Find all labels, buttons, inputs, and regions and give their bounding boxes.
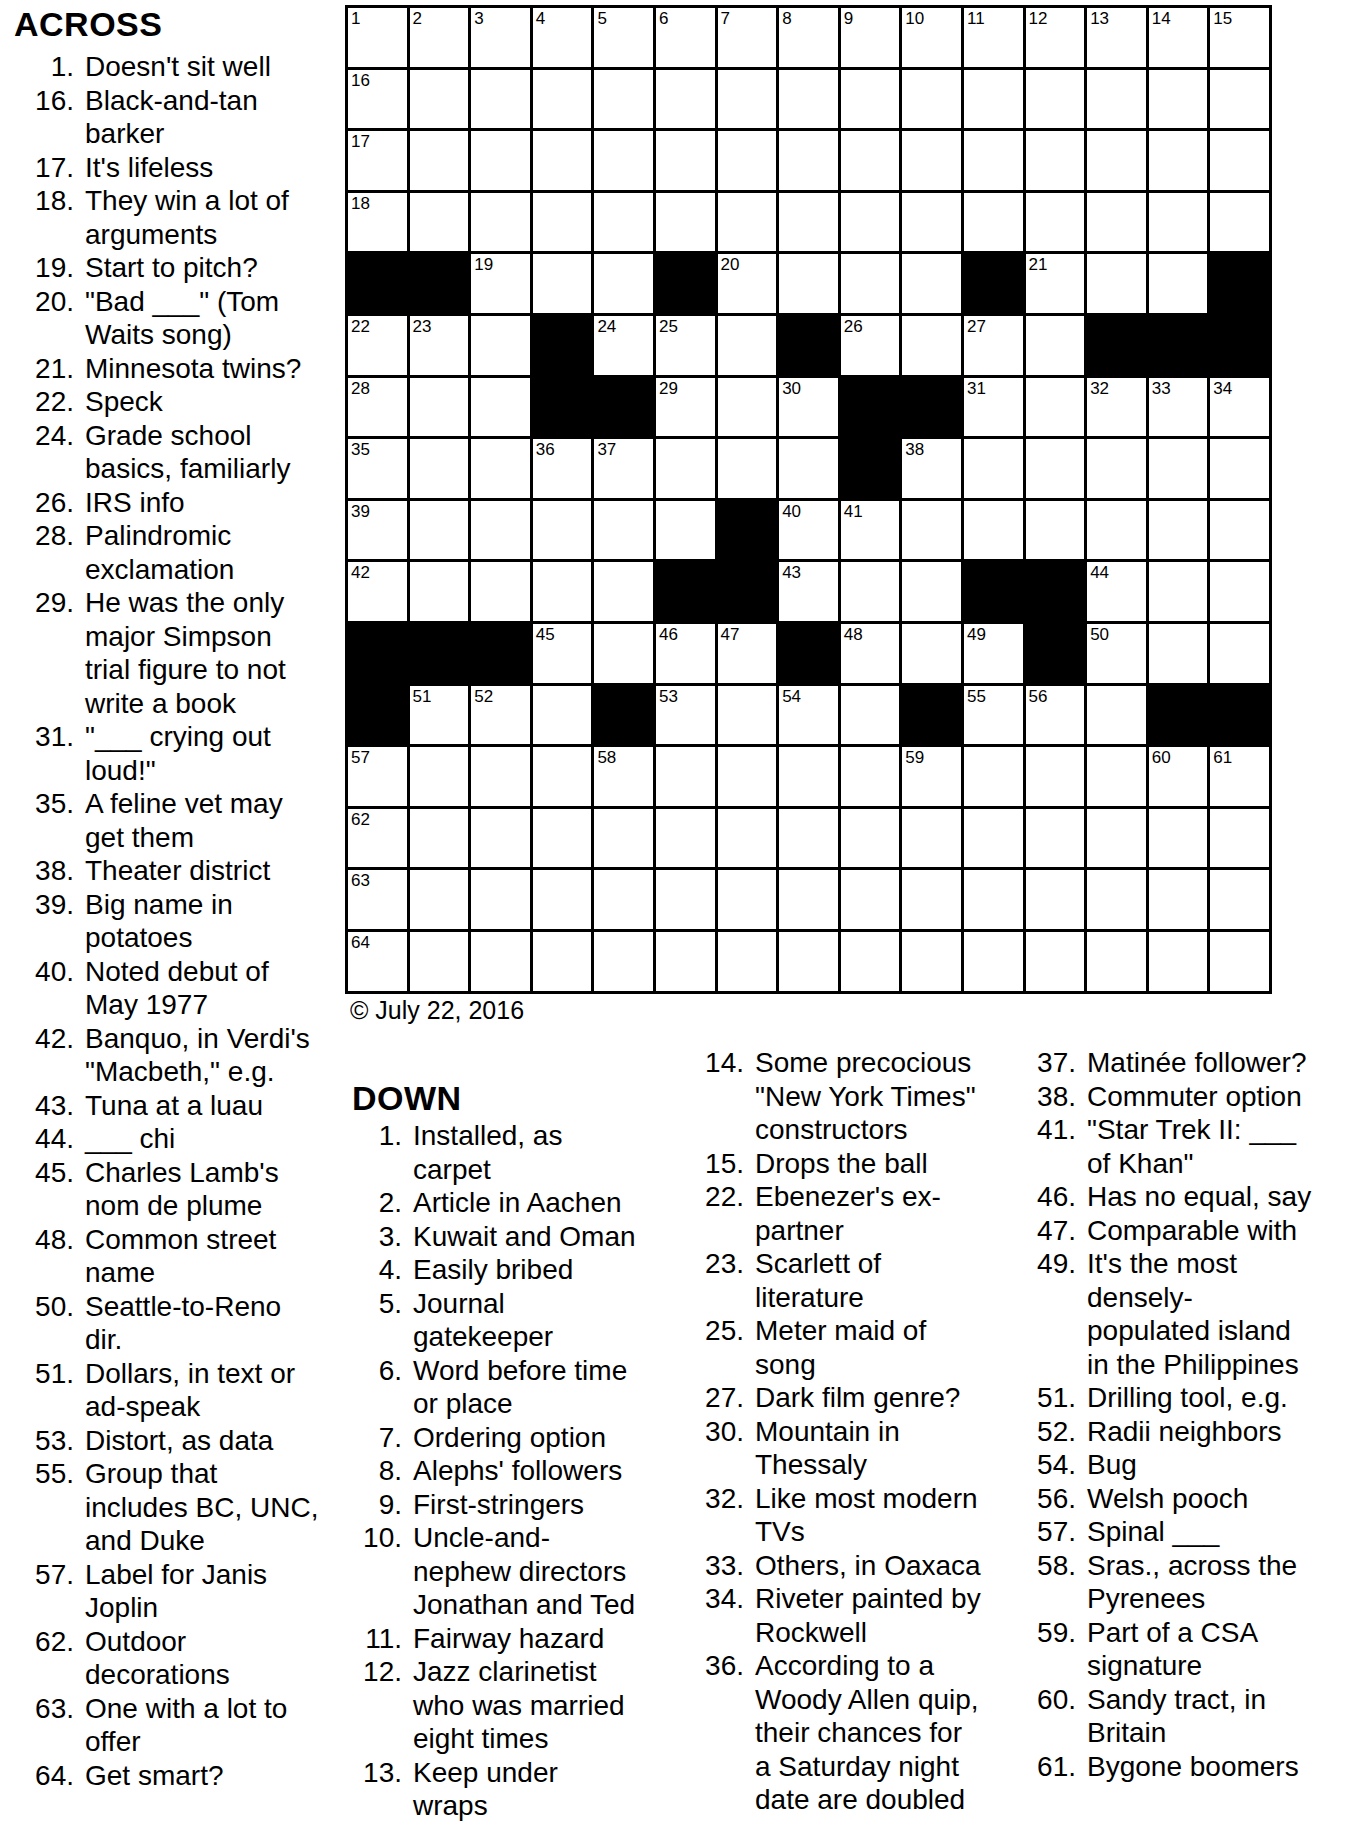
grid-cell-r2c14[interactable] xyxy=(1149,70,1208,129)
grid-cell-r1c2[interactable]: 2 xyxy=(410,8,469,67)
grid-cell-r10c1[interactable]: 42 xyxy=(348,562,407,621)
down-clue-list-2: 14.Some precocious "New York Times" cons… xyxy=(696,1046,1046,1817)
clue-number: 35. xyxy=(14,787,74,821)
grid-cell-r1c12[interactable]: 12 xyxy=(1026,8,1085,67)
grid-cell-r13c6[interactable] xyxy=(656,747,715,806)
across-clue-63: 63.One with a lot to offer xyxy=(14,1692,344,1759)
grid-cell-r11c2 xyxy=(410,624,469,683)
grid-cell-r4c8[interactable] xyxy=(779,193,838,252)
grid-cell-r7c6[interactable]: 29 xyxy=(656,378,715,437)
clue-text: It's lifeless xyxy=(74,151,344,185)
grid-cell-r13c2[interactable] xyxy=(410,747,469,806)
down-clue-3: 3.Kuwait and Oman xyxy=(352,1220,692,1254)
grid-cell-r4c11[interactable] xyxy=(964,193,1023,252)
grid-cell-r3c11[interactable] xyxy=(964,131,1023,190)
grid-cell-r15c4[interactable] xyxy=(533,870,592,929)
clue-number: 51. xyxy=(14,1357,74,1391)
grid-cell-r4c1[interactable]: 18 xyxy=(348,193,407,252)
grid-cell-r16c15[interactable] xyxy=(1210,932,1269,991)
grid-cell-r10c5[interactable] xyxy=(594,562,653,621)
grid-cell-r4c2[interactable] xyxy=(410,193,469,252)
grid-cell-r9c4[interactable] xyxy=(533,501,592,560)
grid-cell-r6c9[interactable]: 26 xyxy=(841,316,900,375)
grid-cell-r16c14[interactable] xyxy=(1149,932,1208,991)
grid-cell-r14c4[interactable] xyxy=(533,809,592,868)
grid-cell-r16c1[interactable]: 64 xyxy=(348,932,407,991)
grid-cell-r1c15[interactable]: 15 xyxy=(1210,8,1269,67)
grid-cell-r2c2[interactable] xyxy=(410,70,469,129)
grid-cell-r7c12[interactable] xyxy=(1026,378,1085,437)
grid-cell-r2c12[interactable] xyxy=(1026,70,1085,129)
grid-cell-r11c15[interactable] xyxy=(1210,624,1269,683)
grid-cell-r1c6[interactable]: 6 xyxy=(656,8,715,67)
grid-cell-r3c3[interactable] xyxy=(471,131,530,190)
grid-cell-r13c9[interactable] xyxy=(841,747,900,806)
grid-cell-r4c13[interactable] xyxy=(1087,193,1146,252)
across-clue-26: 26.IRS info xyxy=(14,486,344,520)
grid-cell-r6c2[interactable]: 23 xyxy=(410,316,469,375)
grid-cell-r12c7[interactable] xyxy=(718,686,777,745)
grid-cell-r3c9[interactable] xyxy=(841,131,900,190)
grid-cell-r3c5[interactable] xyxy=(594,131,653,190)
grid-cell-r3c8[interactable] xyxy=(779,131,838,190)
grid-cell-r12c2[interactable]: 51 xyxy=(410,686,469,745)
grid-cell-r12c12[interactable]: 56 xyxy=(1026,686,1085,745)
grid-cell-r15c1[interactable]: 63 xyxy=(348,870,407,929)
down-clue-56: 56.Welsh pooch xyxy=(1000,1482,1349,1516)
grid-cell-r14c5[interactable] xyxy=(594,809,653,868)
grid-cell-r8c8[interactable] xyxy=(779,439,838,498)
down-clue-57: 57.Spinal ___ xyxy=(1000,1515,1349,1549)
clue-number: 6. xyxy=(352,1354,402,1388)
across-clue-62: 62.Outdoor decorations xyxy=(14,1625,344,1692)
grid-cell-r3c10[interactable] xyxy=(902,131,961,190)
grid-cell-r8c13[interactable] xyxy=(1087,439,1146,498)
across-clue-list: 1.Doesn't sit well16.Black-and-tan barke… xyxy=(14,50,344,1792)
grid-cell-r5c5[interactable] xyxy=(594,254,653,313)
grid-cell-r11c4[interactable]: 45 xyxy=(533,624,592,683)
grid-cell-r2c9[interactable] xyxy=(841,70,900,129)
grid-cell-r6c3[interactable] xyxy=(471,316,530,375)
grid-cell-r5c9[interactable] xyxy=(841,254,900,313)
clue-text: Start to pitch? xyxy=(74,251,344,285)
grid-cell-r4c5[interactable] xyxy=(594,193,653,252)
clue-text: He was the only major Simpson trial figu… xyxy=(74,586,344,720)
grid-cell-r8c6[interactable] xyxy=(656,439,715,498)
grid-cell-r14c12[interactable] xyxy=(1026,809,1085,868)
grid-cell-r14c10[interactable] xyxy=(902,809,961,868)
grid-cell-r5c7[interactable]: 20 xyxy=(718,254,777,313)
clue-text: Distort, as data xyxy=(74,1424,344,1458)
cell-number: 20 xyxy=(721,256,740,273)
grid-cell-r4c4[interactable] xyxy=(533,193,592,252)
grid-cell-r5c3[interactable]: 19 xyxy=(471,254,530,313)
grid-cell-r14c11[interactable] xyxy=(964,809,1023,868)
grid-cell-r13c4[interactable] xyxy=(533,747,592,806)
clue-number: 14. xyxy=(696,1046,744,1080)
grid-cell-r16c2[interactable] xyxy=(410,932,469,991)
down-clue-34: 34.Riveter painted by Rockwell xyxy=(696,1582,1046,1649)
grid-cell-r10c14[interactable] xyxy=(1149,562,1208,621)
across-clue-64: 64.Get smart? xyxy=(14,1759,344,1793)
clue-text: Outdoor decorations xyxy=(74,1625,344,1692)
grid-cell-r14c15[interactable] xyxy=(1210,809,1269,868)
grid-cell-r13c12[interactable] xyxy=(1026,747,1085,806)
grid-cell-r14c7[interactable] xyxy=(718,809,777,868)
cell-number: 1 xyxy=(351,10,360,27)
grid-cell-r3c7[interactable] xyxy=(718,131,777,190)
grid-cell-r1c11[interactable]: 11 xyxy=(964,8,1023,67)
grid-cell-r13c15[interactable]: 61 xyxy=(1210,747,1269,806)
grid-cell-r13c5[interactable]: 58 xyxy=(594,747,653,806)
grid-cell-r7c15[interactable]: 34 xyxy=(1210,378,1269,437)
clue-text: IRS info xyxy=(74,486,344,520)
grid-cell-r9c14[interactable] xyxy=(1149,501,1208,560)
grid-cell-r12c4[interactable] xyxy=(533,686,592,745)
cell-number: 63 xyxy=(351,872,370,889)
grid-cell-r1c9[interactable]: 9 xyxy=(841,8,900,67)
grid-cell-r9c13[interactable] xyxy=(1087,501,1146,560)
grid-cell-r2c7[interactable] xyxy=(718,70,777,129)
grid-cell-r12c5 xyxy=(594,686,653,745)
grid-cell-r1c5[interactable]: 5 xyxy=(594,8,653,67)
grid-cell-r13c7[interactable] xyxy=(718,747,777,806)
grid-cell-r13c13[interactable] xyxy=(1087,747,1146,806)
grid-cell-r10c15[interactable] xyxy=(1210,562,1269,621)
grid-cell-r14c14[interactable] xyxy=(1149,809,1208,868)
grid-cell-r15c7[interactable] xyxy=(718,870,777,929)
grid-cell-r6c12[interactable] xyxy=(1026,316,1085,375)
clue-number: 27. xyxy=(696,1381,744,1415)
grid-cell-r8c3[interactable] xyxy=(471,439,530,498)
grid-cell-r7c14[interactable]: 33 xyxy=(1149,378,1208,437)
grid-cell-r5c10[interactable] xyxy=(902,254,961,313)
grid-cell-r8c14[interactable] xyxy=(1149,439,1208,498)
grid-cell-r2c8[interactable] xyxy=(779,70,838,129)
grid-cell-r1c10[interactable]: 10 xyxy=(902,8,961,67)
grid-cell-r4c3[interactable] xyxy=(471,193,530,252)
grid-cell-r15c2[interactable] xyxy=(410,870,469,929)
grid-cell-r1c14[interactable]: 14 xyxy=(1149,8,1208,67)
grid-cell-r15c12[interactable] xyxy=(1026,870,1085,929)
grid-cell-r9c3[interactable] xyxy=(471,501,530,560)
grid-cell-r14c2[interactable] xyxy=(410,809,469,868)
grid-cell-r9c1[interactable]: 39 xyxy=(348,501,407,560)
grid-cell-r1c4[interactable]: 4 xyxy=(533,8,592,67)
grid-cell-r4c12[interactable] xyxy=(1026,193,1085,252)
clue-text: Seattle-to-Reno dir. xyxy=(74,1290,344,1357)
cell-number: 30 xyxy=(782,380,801,397)
clue-number: 19. xyxy=(14,251,74,285)
grid-cell-r16c10[interactable] xyxy=(902,932,961,991)
grid-cell-r1c8[interactable]: 8 xyxy=(779,8,838,67)
clue-number: 38. xyxy=(14,854,74,888)
cell-number: 13 xyxy=(1090,10,1109,27)
grid-cell-r10c4[interactable] xyxy=(533,562,592,621)
clue-number: 1. xyxy=(352,1119,402,1153)
grid-cell-r10c10[interactable] xyxy=(902,562,961,621)
clue-text: Bygone boomers xyxy=(1076,1750,1349,1784)
grid-cell-r16c3[interactable] xyxy=(471,932,530,991)
grid-cell-r13c3[interactable] xyxy=(471,747,530,806)
grid-cell-r3c14[interactable] xyxy=(1149,131,1208,190)
grid-cell-r11c8 xyxy=(779,624,838,683)
grid-cell-r5c4[interactable] xyxy=(533,254,592,313)
grid-cell-r9c6[interactable] xyxy=(656,501,715,560)
grid-cell-r15c6[interactable] xyxy=(656,870,715,929)
grid-cell-r5c14[interactable] xyxy=(1149,254,1208,313)
grid-cell-r10c9[interactable] xyxy=(841,562,900,621)
grid-cell-r4c7[interactable] xyxy=(718,193,777,252)
grid-cell-r12c9[interactable] xyxy=(841,686,900,745)
grid-cell-r4c10[interactable] xyxy=(902,193,961,252)
grid-cell-r5c8[interactable] xyxy=(779,254,838,313)
grid-cell-r16c9[interactable] xyxy=(841,932,900,991)
across-clue-43: 43.Tuna at a luau xyxy=(14,1089,344,1123)
grid-cell-r15c9[interactable] xyxy=(841,870,900,929)
clue-number: 10. xyxy=(352,1521,402,1555)
down-clue-list-1: 1.Installed, as carpet2.Article in Aache… xyxy=(352,1119,692,1823)
grid-cell-r16c12[interactable] xyxy=(1026,932,1085,991)
grid-cell-r14c3[interactable] xyxy=(471,809,530,868)
grid-cell-r5c13[interactable] xyxy=(1087,254,1146,313)
grid-cell-r12c11[interactable]: 55 xyxy=(964,686,1023,745)
grid-cell-r8c10[interactable]: 38 xyxy=(902,439,961,498)
grid-cell-r11c14[interactable] xyxy=(1149,624,1208,683)
grid-cell-r7c13[interactable]: 32 xyxy=(1087,378,1146,437)
grid-cell-r13c10[interactable]: 59 xyxy=(902,747,961,806)
cell-number: 32 xyxy=(1090,380,1109,397)
cell-number: 38 xyxy=(905,441,924,458)
grid-cell-r16c8[interactable] xyxy=(779,932,838,991)
grid-cell-r12c13[interactable] xyxy=(1087,686,1146,745)
grid-cell-r9c10[interactable] xyxy=(902,501,961,560)
grid-cell-r2c1[interactable]: 16 xyxy=(348,70,407,129)
clue-number: 33. xyxy=(696,1549,744,1583)
cell-number: 44 xyxy=(1090,564,1109,581)
across-clue-42: 42.Banquo, in Verdi's "Macbeth," e.g. xyxy=(14,1022,344,1089)
clue-number: 58. xyxy=(1000,1549,1076,1583)
grid-cell-r6c5[interactable]: 24 xyxy=(594,316,653,375)
grid-cell-r10c3[interactable] xyxy=(471,562,530,621)
cell-number: 51 xyxy=(413,688,432,705)
grid-cell-r5c12[interactable]: 21 xyxy=(1026,254,1085,313)
grid-cell-r2c15[interactable] xyxy=(1210,70,1269,129)
grid-cell-r9c12[interactable] xyxy=(1026,501,1085,560)
grid-cell-r8c1[interactable]: 35 xyxy=(348,439,407,498)
across-clue-22: 22.Speck xyxy=(14,385,344,419)
grid-cell-r8c7[interactable] xyxy=(718,439,777,498)
clue-number: 47. xyxy=(1000,1214,1076,1248)
grid-cell-r4c9[interactable] xyxy=(841,193,900,252)
across-clue-29: 29.He was the only major Simpson trial f… xyxy=(14,586,344,720)
grid-cell-r4c15[interactable] xyxy=(1210,193,1269,252)
grid-cell-r14c9[interactable] xyxy=(841,809,900,868)
grid-cell-r15c5[interactable] xyxy=(594,870,653,929)
grid-cell-r7c5 xyxy=(594,378,653,437)
down-clue-32: 32.Like most modern TVs xyxy=(696,1482,1046,1549)
clue-number: 16. xyxy=(14,84,74,118)
clue-number: 1. xyxy=(14,50,74,84)
grid-cell-r10c12 xyxy=(1026,562,1085,621)
grid-cell-r6c7[interactable] xyxy=(718,316,777,375)
grid-cell-r9c15[interactable] xyxy=(1210,501,1269,560)
clue-number: 43. xyxy=(14,1089,74,1123)
grid-cell-r8c9 xyxy=(841,439,900,498)
grid-cell-r6c1[interactable]: 22 xyxy=(348,316,407,375)
grid-cell-r12c3[interactable]: 52 xyxy=(471,686,530,745)
grid-cell-r14c13[interactable] xyxy=(1087,809,1146,868)
grid-cell-r3c15[interactable] xyxy=(1210,131,1269,190)
grid-cell-r16c13[interactable] xyxy=(1087,932,1146,991)
clue-number: 55. xyxy=(14,1457,74,1491)
grid-cell-r7c3[interactable] xyxy=(471,378,530,437)
cell-number: 62 xyxy=(351,811,370,828)
across-clue-57: 57.Label for Janis Joplin xyxy=(14,1558,344,1625)
grid-cell-r7c10 xyxy=(902,378,961,437)
grid-cell-r15c10[interactable] xyxy=(902,870,961,929)
down-clue-61: 61.Bygone boomers xyxy=(1000,1750,1349,1784)
grid-cell-r7c1[interactable]: 28 xyxy=(348,378,407,437)
cell-number: 58 xyxy=(597,749,616,766)
down-section-column-3: 37.Matinée follower?38.Commuter option41… xyxy=(1000,1046,1349,1783)
grid-cell-r1c7[interactable]: 7 xyxy=(718,8,777,67)
grid-cell-r10c2[interactable] xyxy=(410,562,469,621)
down-clue-23: 23.Scarlett of literature xyxy=(696,1247,1046,1314)
grid-cell-r3c12[interactable] xyxy=(1026,131,1085,190)
grid-cell-r7c4 xyxy=(533,378,592,437)
grid-cell-r3c13[interactable] xyxy=(1087,131,1146,190)
grid-cell-r11c11[interactable]: 49 xyxy=(964,624,1023,683)
clue-text: Uncle-and- nephew directors Jonathan and… xyxy=(402,1521,692,1622)
clue-number: 23. xyxy=(696,1247,744,1281)
grid-cell-r10c11 xyxy=(964,562,1023,621)
clue-number: 9. xyxy=(352,1488,402,1522)
grid-cell-r16c6[interactable] xyxy=(656,932,715,991)
grid-cell-r7c2[interactable] xyxy=(410,378,469,437)
grid-cell-r1c13[interactable]: 13 xyxy=(1087,8,1146,67)
grid-cell-r10c8[interactable]: 43 xyxy=(779,562,838,621)
grid-cell-r6c10[interactable] xyxy=(902,316,961,375)
clue-number: 40. xyxy=(14,955,74,989)
grid-cell-r15c15[interactable] xyxy=(1210,870,1269,929)
grid-cell-r1c1[interactable]: 1 xyxy=(348,8,407,67)
grid-cell-r2c4[interactable] xyxy=(533,70,592,129)
grid-cell-r6c11[interactable]: 27 xyxy=(964,316,1023,375)
grid-cell-r13c1[interactable]: 57 xyxy=(348,747,407,806)
grid-cell-r8c11[interactable] xyxy=(964,439,1023,498)
grid-cell-r9c11[interactable] xyxy=(964,501,1023,560)
grid-cell-r2c13[interactable] xyxy=(1087,70,1146,129)
across-clue-18: 18.They win a lot of arguments xyxy=(14,184,344,251)
down-clue-8: 8.Alephs' followers xyxy=(352,1454,692,1488)
grid-cell-r13c11[interactable] xyxy=(964,747,1023,806)
down-clue-5: 5.Journal gatekeeper xyxy=(352,1287,692,1354)
grid-cell-r15c13[interactable] xyxy=(1087,870,1146,929)
grid-cell-r9c9[interactable]: 41 xyxy=(841,501,900,560)
cell-number: 59 xyxy=(905,749,924,766)
cell-number: 35 xyxy=(351,441,370,458)
grid-cell-r9c5[interactable] xyxy=(594,501,653,560)
grid-cell-r6c13 xyxy=(1087,316,1146,375)
grid-cell-r16c4[interactable] xyxy=(533,932,592,991)
grid-cell-r8c15[interactable] xyxy=(1210,439,1269,498)
cell-number: 12 xyxy=(1029,10,1048,27)
grid-cell-r11c10[interactable] xyxy=(902,624,961,683)
grid-cell-r15c3[interactable] xyxy=(471,870,530,929)
grid-cell-r6c4 xyxy=(533,316,592,375)
grid-cell-r9c8[interactable]: 40 xyxy=(779,501,838,560)
grid-cell-r11c6[interactable]: 46 xyxy=(656,624,715,683)
cell-number: 3 xyxy=(474,10,483,27)
grid-cell-r7c7[interactable] xyxy=(718,378,777,437)
grid-cell-r15c8[interactable] xyxy=(779,870,838,929)
grid-cell-r16c11[interactable] xyxy=(964,932,1023,991)
grid-cell-r7c11[interactable]: 31 xyxy=(964,378,1023,437)
grid-cell-r8c4[interactable]: 36 xyxy=(533,439,592,498)
grid-cell-r8c2[interactable] xyxy=(410,439,469,498)
grid-cell-r16c5[interactable] xyxy=(594,932,653,991)
grid-cell-r13c8[interactable] xyxy=(779,747,838,806)
clue-number: 61. xyxy=(1000,1750,1076,1784)
cell-number: 55 xyxy=(967,688,986,705)
grid-cell-r11c13[interactable]: 50 xyxy=(1087,624,1146,683)
grid-cell-r11c5[interactable] xyxy=(594,624,653,683)
grid-cell-r4c14[interactable] xyxy=(1149,193,1208,252)
down-clue-58: 58.Sras., across the Pyrenees xyxy=(1000,1549,1349,1616)
grid-cell-r14c1[interactable]: 62 xyxy=(348,809,407,868)
cell-number: 33 xyxy=(1152,380,1171,397)
across-clue-35: 35.A feline vet may get them xyxy=(14,787,344,854)
grid-cell-r3c4[interactable] xyxy=(533,131,592,190)
grid-cell-r14c6[interactable] xyxy=(656,809,715,868)
grid-cell-r2c5[interactable] xyxy=(594,70,653,129)
grid-cell-r2c6[interactable] xyxy=(656,70,715,129)
grid-cell-r10c13[interactable]: 44 xyxy=(1087,562,1146,621)
grid-cell-r3c1[interactable]: 17 xyxy=(348,131,407,190)
clue-text: Theater district xyxy=(74,854,344,888)
grid-cell-r12c8[interactable]: 54 xyxy=(779,686,838,745)
grid-cell-r12c6[interactable]: 53 xyxy=(656,686,715,745)
grid-cell-r14c8[interactable] xyxy=(779,809,838,868)
grid-cell-r3c6[interactable] xyxy=(656,131,715,190)
grid-cell-r2c11[interactable] xyxy=(964,70,1023,129)
grid-cell-r11c3 xyxy=(471,624,530,683)
grid-cell-r4c6[interactable] xyxy=(656,193,715,252)
grid-cell-r16c7[interactable] xyxy=(718,932,777,991)
clue-number: 2. xyxy=(352,1186,402,1220)
clue-text: "___ crying out loud!" xyxy=(74,720,344,787)
grid-cell-r15c14[interactable] xyxy=(1149,870,1208,929)
grid-cell-r3c2[interactable] xyxy=(410,131,469,190)
cell-number: 52 xyxy=(474,688,493,705)
grid-cell-r1c3[interactable]: 3 xyxy=(471,8,530,67)
grid-cell-r13c14[interactable]: 60 xyxy=(1149,747,1208,806)
grid-cell-r2c10[interactable] xyxy=(902,70,961,129)
grid-cell-r15c11[interactable] xyxy=(964,870,1023,929)
grid-cell-r2c3[interactable] xyxy=(471,70,530,129)
grid-cell-r11c9[interactable]: 48 xyxy=(841,624,900,683)
clue-text: Word before time or place xyxy=(402,1354,692,1421)
grid-cell-r7c8[interactable]: 30 xyxy=(779,378,838,437)
grid-cell-r8c5[interactable]: 37 xyxy=(594,439,653,498)
grid-cell-r6c6[interactable]: 25 xyxy=(656,316,715,375)
grid-cell-r11c7[interactable]: 47 xyxy=(718,624,777,683)
grid-cell-r9c2[interactable] xyxy=(410,501,469,560)
cell-number: 48 xyxy=(844,626,863,643)
grid-cell-r8c12[interactable] xyxy=(1026,439,1085,498)
across-clue-51: 51.Dollars, in text or ad-speak xyxy=(14,1357,344,1424)
